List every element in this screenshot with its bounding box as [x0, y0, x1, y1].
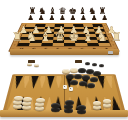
chess-case-front-edge: [10, 49, 119, 55]
backgammon-point: [73, 76, 81, 89]
chess-piece[interactable]: ♝: [79, 7, 87, 16]
backgammon-checker[interactable]: [86, 69, 94, 74]
rank-label: 1: [104, 25, 106, 26]
chess-piece[interactable]: ♜: [29, 7, 37, 16]
chess-piece[interactable]: ♞: [89, 7, 97, 16]
chess-square: [41, 43, 53, 46]
chess-piece[interactable]: ♟: [91, 15, 97, 22]
hinge: [75, 60, 82, 63]
backgammon-point: [97, 76, 107, 89]
backgammon-front-rim: [0, 110, 128, 117]
product-photo: 12345678 HGFEDCBA 12345678 ♜♞♝♛♚♝♞♜♟♟♟♟♟…: [0, 0, 128, 120]
backgammon-point: [89, 76, 98, 89]
chess-piece[interactable]: ♝: [49, 7, 57, 16]
backgammon-left-half: [5, 75, 64, 112]
chess-square: [75, 43, 87, 46]
rank-label: 5: [109, 37, 111, 39]
chess-square: [98, 43, 111, 46]
backgammon-checker[interactable]: [99, 64, 104, 67]
backgammon-checker[interactable]: [62, 69, 70, 74]
backgammon-right-half: [64, 75, 122, 112]
backgammon-point: [13, 76, 23, 89]
points-top-right: [65, 76, 116, 89]
backgammon-point: [29, 76, 38, 89]
backgammon-checker[interactable]: [70, 68, 78, 73]
rank-label: 7: [112, 44, 115, 46]
backgammon-point: [105, 76, 115, 89]
backgammon-point: [66, 76, 74, 89]
chess-piece[interactable]: ♟: [59, 15, 65, 22]
chess-piece[interactable]: ♚: [69, 7, 77, 16]
backgammon-checker[interactable]: [34, 64, 39, 67]
chess-board: 12345678 HGFEDCBA 12345678: [8, 23, 120, 52]
backgammon-point: [81, 76, 90, 89]
rank-label: 2: [105, 27, 107, 28]
points-top-left: [12, 76, 63, 89]
chess-piece[interactable]: ♞: [39, 7, 47, 16]
chess-piece[interactable]: ♜: [99, 7, 107, 16]
chess-grid: [16, 24, 111, 47]
rank-label: 3: [106, 30, 108, 32]
rank-label: 6: [110, 40, 113, 42]
backgammon-point: [38, 76, 47, 89]
chess-piece[interactable]: ♟: [28, 15, 34, 22]
backgammon-point: [21, 76, 31, 89]
backgammon-checker[interactable]: [78, 68, 86, 73]
backgammon-checker[interactable]: [92, 63, 97, 66]
chess-square: [64, 43, 76, 46]
chess-piece[interactable]: ♟: [70, 15, 76, 22]
rank-label: 4: [107, 33, 109, 35]
backgammon-board: [2, 74, 126, 114]
chess-square: [52, 43, 64, 46]
chess-square: [29, 43, 41, 46]
chess-playing-area: HGFEDCBA: [14, 24, 114, 51]
chess-piece[interactable]: ♛: [59, 7, 67, 16]
backgammon-checker[interactable]: [85, 62, 90, 65]
chess-piece[interactable]: ♟: [38, 15, 44, 22]
hinge: [28, 60, 35, 63]
case-clasp: [108, 51, 113, 54]
backgammon-point: [55, 76, 63, 89]
chess-piece[interactable]: ♟: [80, 15, 86, 22]
chess-piece[interactable]: ♟: [102, 15, 108, 22]
chess-piece[interactable]: ♟: [49, 15, 55, 22]
backgammon-point: [46, 76, 54, 89]
